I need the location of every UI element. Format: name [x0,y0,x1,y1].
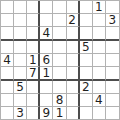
cell-r9c2[interactable]: 3 [14,107,27,119]
given-digit: 4 [3,54,11,66]
cell-r5c8[interactable] [93,54,106,67]
cell-r8c3[interactable] [27,94,40,107]
cell-r9c9[interactable] [106,107,119,119]
cell-r6c9[interactable] [106,67,119,81]
cell-r7c4[interactable] [40,81,53,94]
cell-r5c1[interactable]: 4 [1,54,14,67]
cell-r3c6[interactable] [67,27,80,41]
cell-r9c8[interactable] [93,107,106,119]
cell-r2c2[interactable] [14,14,27,27]
cell-r7c2[interactable]: 5 [14,81,27,94]
cell-r6c3[interactable]: 7 [27,67,40,81]
cell-r1c4[interactable] [40,1,53,14]
given-digit: 1 [29,54,37,66]
cell-r1c2[interactable] [14,1,27,14]
cell-r2c3[interactable] [27,14,40,27]
given-digit: 5 [82,41,90,53]
cell-r2c7[interactable] [80,14,93,27]
cell-r6c5[interactable] [53,67,66,81]
cell-r6c8[interactable] [93,67,106,81]
cell-r3c1[interactable] [1,27,14,41]
cell-r5c6[interactable] [67,54,80,67]
cell-r6c2[interactable] [14,67,27,81]
cell-r5c5[interactable] [53,54,66,67]
cell-r3c2[interactable] [14,27,27,41]
cell-r3c8[interactable] [93,27,106,41]
cell-r8c8[interactable]: 4 [93,94,106,107]
given-digit: 5 [16,81,24,93]
cell-r1c1[interactable] [1,1,14,14]
cell-r1c3[interactable] [27,1,40,14]
cell-r3c7[interactable] [80,27,93,41]
cell-r2c6[interactable]: 2 [67,14,80,27]
cell-r5c7[interactable] [80,54,93,67]
cell-r8c7[interactable] [80,94,93,107]
cell-r9c1[interactable] [1,107,14,119]
cell-r4c9[interactable] [106,41,119,54]
sudoku-board: 12345416715284391 [0,0,120,120]
given-digit: 1 [56,107,64,119]
cell-r7c3[interactable] [27,81,40,94]
given-digit: 9 [43,107,51,119]
cell-r6c6[interactable] [67,67,80,81]
given-digit: 7 [29,67,37,79]
given-digit: 4 [95,94,103,106]
cell-r1c5[interactable] [53,1,66,14]
cell-r7c6[interactable] [67,81,80,94]
cell-r9c5[interactable]: 1 [53,107,66,119]
cell-r5c2[interactable] [14,54,27,67]
cell-r6c4[interactable]: 1 [40,67,53,81]
cell-r7c7[interactable]: 2 [80,81,93,94]
given-digit: 2 [68,14,76,26]
cell-r1c8[interactable]: 1 [93,1,106,14]
given-digit: 3 [16,107,24,119]
cell-r4c5[interactable] [53,41,66,54]
cell-r3c5[interactable] [53,27,66,41]
cell-r8c6[interactable] [67,94,80,107]
cell-r2c5[interactable] [53,14,66,27]
cell-r4c8[interactable] [93,41,106,54]
cell-r2c1[interactable] [1,14,14,27]
given-digit: 1 [43,67,51,79]
cell-r7c1[interactable] [1,81,14,94]
given-digit: 4 [43,27,51,39]
cell-r8c1[interactable] [1,94,14,107]
cell-r4c7[interactable]: 5 [80,41,93,54]
given-digit: 3 [109,14,117,26]
given-digit: 2 [82,81,90,93]
cell-r3c3[interactable] [27,27,40,41]
given-digit: 6 [43,54,51,66]
cell-r8c9[interactable] [106,94,119,107]
cell-r3c9[interactable] [106,27,119,41]
cell-r3c4[interactable]: 4 [40,27,53,41]
cell-r5c9[interactable] [106,54,119,67]
cell-r9c4[interactable]: 9 [40,107,53,119]
cell-r4c6[interactable] [67,41,80,54]
cell-r7c9[interactable] [106,81,119,94]
cell-r1c7[interactable] [80,1,93,14]
cell-r9c6[interactable] [67,107,80,119]
cell-r9c3[interactable] [27,107,40,119]
cell-r4c2[interactable] [14,41,27,54]
cell-r6c1[interactable] [1,67,14,81]
cell-r2c8[interactable] [93,14,106,27]
cell-r2c9[interactable]: 3 [106,14,119,27]
given-digit: 1 [95,1,103,13]
given-digit: 8 [56,94,64,106]
cell-r6c7[interactable] [80,67,93,81]
cell-r9c7[interactable] [80,107,93,119]
